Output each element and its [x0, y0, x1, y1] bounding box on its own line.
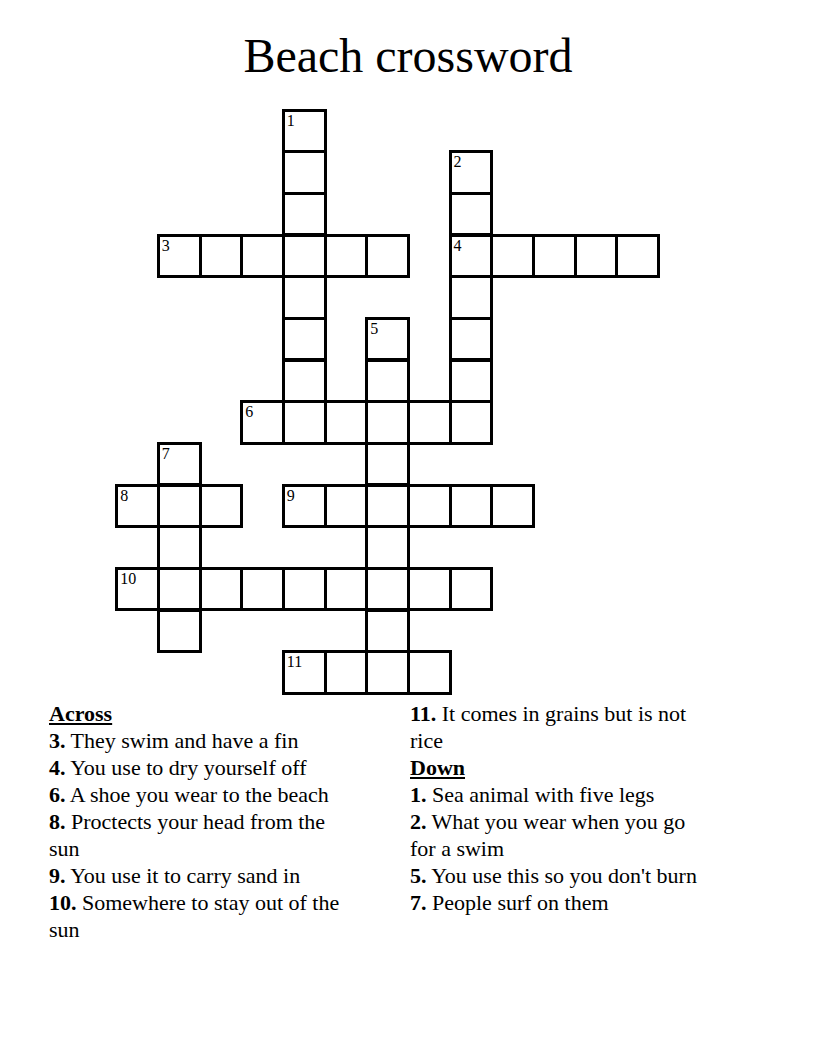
- cell-9-9[interactable]: [490, 484, 535, 529]
- cell-6-4[interactable]: [282, 359, 327, 404]
- clue-number-label: 11.: [410, 701, 436, 726]
- clue-number-label: 8.: [49, 809, 66, 834]
- cell-5-8[interactable]: [449, 317, 494, 362]
- cell-9-2[interactable]: [199, 484, 244, 529]
- cell-7-5[interactable]: [324, 400, 369, 445]
- grid-number-9: 9: [285, 487, 324, 504]
- cell-3-3[interactable]: [240, 234, 285, 279]
- cell-9-4[interactable]: 9: [282, 484, 327, 529]
- cell-11-2[interactable]: [199, 567, 244, 612]
- cell-13-6[interactable]: [365, 650, 410, 695]
- cell-4-4[interactable]: [282, 275, 327, 320]
- clue-across-8: 8. Proctects your head from thesun: [49, 808, 394, 862]
- cell-3-6[interactable]: [365, 234, 410, 279]
- clue-text-line: 7. People surf on them: [410, 889, 774, 916]
- cell-3-8[interactable]: 4: [449, 234, 494, 279]
- clue-number-label: 10.: [49, 890, 77, 915]
- grid-number-6: 6: [243, 403, 282, 420]
- cell-2-8[interactable]: [449, 192, 494, 237]
- clue-text-line: 3. They swim and have a fin: [49, 727, 394, 754]
- cell-6-8[interactable]: [449, 359, 494, 404]
- clue-text-line: 1. Sea animal with five legs: [410, 781, 774, 808]
- cell-3-1[interactable]: 3: [157, 234, 202, 279]
- cell-5-6[interactable]: 5: [365, 317, 410, 362]
- cell-13-7[interactable]: [407, 650, 452, 695]
- grid-number-7: 7: [160, 445, 199, 462]
- grid-number-2: 2: [452, 153, 491, 170]
- cell-9-1[interactable]: [157, 484, 202, 529]
- cell-7-4[interactable]: [282, 400, 327, 445]
- clue-across-9: 9. You use it to carry sand in: [49, 862, 394, 889]
- cell-7-6[interactable]: [365, 400, 410, 445]
- grid-number-8: 8: [118, 487, 157, 504]
- clue-text-line: 9. You use it to carry sand in: [49, 862, 394, 889]
- clue-across-6: 6. A shoe you wear to the beach: [49, 781, 394, 808]
- cell-7-8[interactable]: [449, 400, 494, 445]
- clue-down-7: 7. People surf on them: [410, 889, 774, 916]
- grid-number-3: 3: [160, 237, 199, 254]
- cell-0-4[interactable]: 1: [282, 109, 327, 154]
- clue-number-label: 5.: [410, 863, 427, 888]
- clues-right-column: 11. It comes in grains but is notriceDow…: [410, 700, 774, 916]
- clue-text-line: sun: [49, 916, 394, 943]
- clue-down-5: 5. You use this so you don't burn: [410, 862, 774, 889]
- clue-down-2: 2. What you wear when you gofor a swim: [410, 808, 774, 862]
- clue-text-line: rice: [410, 727, 774, 754]
- cell-7-3[interactable]: 6: [240, 400, 285, 445]
- cell-2-4[interactable]: [282, 192, 327, 237]
- cell-10-1[interactable]: [157, 525, 202, 570]
- grid-number-4: 4: [452, 237, 491, 254]
- clue-text-line: 8. Proctects your head from the: [49, 808, 394, 835]
- clue-text-line: 6. A shoe you wear to the beach: [49, 781, 394, 808]
- cell-3-12[interactable]: [615, 234, 660, 279]
- cell-8-1[interactable]: 7: [157, 442, 202, 487]
- cell-11-8[interactable]: [449, 567, 494, 612]
- clue-across-10: 10. Somewhere to stay out of thesun: [49, 889, 394, 943]
- clue-number-label: 2.: [410, 809, 427, 834]
- clue-number-label: 9.: [49, 863, 66, 888]
- cell-1-4[interactable]: [282, 150, 327, 195]
- grid-number-10: 10: [118, 570, 157, 587]
- grid-number-1: 1: [285, 112, 324, 129]
- cell-7-7[interactable]: [407, 400, 452, 445]
- page-title: Beach crossword: [0, 28, 816, 83]
- cell-11-0[interactable]: 10: [115, 567, 160, 612]
- cell-12-1[interactable]: [157, 609, 202, 654]
- clue-text-line: 10. Somewhere to stay out of the: [49, 889, 394, 916]
- cell-11-1[interactable]: [157, 567, 202, 612]
- cell-11-5[interactable]: [324, 567, 369, 612]
- clue-text-line: 5. You use this so you don't burn: [410, 862, 774, 889]
- cell-11-7[interactable]: [407, 567, 452, 612]
- cell-3-2[interactable]: [199, 234, 244, 279]
- across-heading: Across: [49, 700, 394, 727]
- clues-left-column: Across3. They swim and have a fin4. You …: [49, 700, 394, 943]
- cell-13-5[interactable]: [324, 650, 369, 695]
- grid-number-5: 5: [368, 320, 407, 337]
- crossword-grid: 1234567891011: [115, 109, 660, 696]
- cell-3-4[interactable]: [282, 234, 327, 279]
- grid-number-11: 11: [285, 653, 324, 670]
- clue-text-line: 2. What you wear when you go: [410, 808, 774, 835]
- cell-3-10[interactable]: [532, 234, 577, 279]
- cell-9-6[interactable]: [365, 484, 410, 529]
- cell-5-4[interactable]: [282, 317, 327, 362]
- down-heading: Down: [410, 754, 774, 781]
- clue-text-line: for a swim: [410, 835, 774, 862]
- clue-across-3: 3. They swim and have a fin: [49, 727, 394, 754]
- clue-number-label: 7.: [410, 890, 427, 915]
- clue-across-11: 11. It comes in grains but is notrice: [410, 700, 774, 754]
- clue-number-label: 3.: [49, 728, 66, 753]
- clue-text-line: 4. You use to dry yourself off: [49, 754, 394, 781]
- cell-11-6[interactable]: [365, 567, 410, 612]
- clue-across-4: 4. You use to dry yourself off: [49, 754, 394, 781]
- clue-text-line: 11. It comes in grains but is not: [410, 700, 774, 727]
- cell-9-7[interactable]: [407, 484, 452, 529]
- cell-12-6[interactable]: [365, 609, 410, 654]
- cell-6-6[interactable]: [365, 359, 410, 404]
- cell-3-9[interactable]: [490, 234, 535, 279]
- clue-number-label: 4.: [49, 755, 66, 780]
- clue-text-line: sun: [49, 835, 394, 862]
- clue-down-1: 1. Sea animal with five legs: [410, 781, 774, 808]
- cell-9-8[interactable]: [449, 484, 494, 529]
- cell-4-8[interactable]: [449, 275, 494, 320]
- cell-1-8[interactable]: 2: [449, 150, 494, 195]
- clue-number-label: 6.: [49, 782, 66, 807]
- clue-number-label: 1.: [410, 782, 427, 807]
- cell-9-0[interactable]: 8: [115, 484, 160, 529]
- cell-8-6[interactable]: [365, 442, 410, 487]
- cell-11-4[interactable]: [282, 567, 327, 612]
- cell-13-4[interactable]: 11: [282, 650, 327, 695]
- cell-9-5[interactable]: [324, 484, 369, 529]
- cell-10-6[interactable]: [365, 525, 410, 570]
- cell-3-11[interactable]: [574, 234, 619, 279]
- cell-3-5[interactable]: [324, 234, 369, 279]
- cell-11-3[interactable]: [240, 567, 285, 612]
